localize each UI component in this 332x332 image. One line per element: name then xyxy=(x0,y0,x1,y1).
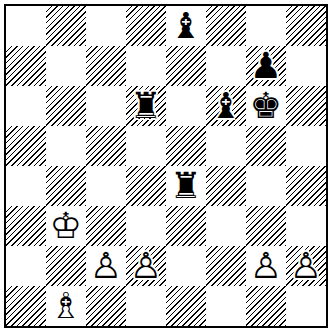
square-b4[interactable] xyxy=(46,166,86,206)
square-d5[interactable] xyxy=(126,126,166,166)
chess-board: ♝♝♟♟♜♜♝♝♚♚♜♜♚♔♟♙♟♙♟♙♟♙♝♗ xyxy=(6,6,326,326)
square-h7[interactable] xyxy=(286,46,326,86)
square-f8[interactable] xyxy=(206,6,246,46)
board-frame: ♝♝♟♟♜♜♝♝♚♚♜♜♚♔♟♙♟♙♟♙♟♙♝♗ xyxy=(0,0,332,332)
square-h1[interactable] xyxy=(286,286,326,326)
square-g4[interactable] xyxy=(246,166,286,206)
white-pawn-icon: ♙ xyxy=(86,246,126,286)
square-e4[interactable]: ♜♜ xyxy=(166,166,206,206)
square-h2[interactable]: ♟♙ xyxy=(286,246,326,286)
square-h8[interactable] xyxy=(286,6,326,46)
square-d6[interactable]: ♜♜ xyxy=(126,86,166,126)
square-g6[interactable]: ♚♚ xyxy=(246,86,286,126)
square-a6[interactable] xyxy=(6,86,46,126)
square-e7[interactable] xyxy=(166,46,206,86)
square-e8[interactable]: ♝♝ xyxy=(166,6,206,46)
piece-white-pawn-h2[interactable]: ♟♙ xyxy=(286,246,326,286)
white-king-icon: ♔ xyxy=(46,206,86,246)
square-c4[interactable] xyxy=(86,166,126,206)
square-a3[interactable] xyxy=(6,206,46,246)
square-h3[interactable] xyxy=(286,206,326,246)
square-e3[interactable] xyxy=(166,206,206,246)
square-a5[interactable] xyxy=(6,126,46,166)
square-g7[interactable]: ♟♟ xyxy=(246,46,286,86)
piece-white-pawn-d2[interactable]: ♟♙ xyxy=(126,246,166,286)
square-d2[interactable]: ♟♙ xyxy=(126,246,166,286)
square-a7[interactable] xyxy=(6,46,46,86)
square-h4[interactable] xyxy=(286,166,326,206)
square-h6[interactable] xyxy=(286,86,326,126)
black-king-icon: ♚ xyxy=(246,86,286,126)
piece-black-king-g6[interactable]: ♚♚ xyxy=(246,86,286,126)
square-g3[interactable] xyxy=(246,206,286,246)
square-a2[interactable] xyxy=(6,246,46,286)
square-b6[interactable] xyxy=(46,86,86,126)
piece-white-pawn-c2[interactable]: ♟♙ xyxy=(86,246,126,286)
square-e6[interactable] xyxy=(166,86,206,126)
white-pawn-icon: ♙ xyxy=(286,246,326,286)
black-pawn-icon: ♟ xyxy=(246,46,286,86)
square-d1[interactable] xyxy=(126,286,166,326)
piece-black-bishop-e8[interactable]: ♝♝ xyxy=(166,6,206,46)
white-pawn-icon: ♙ xyxy=(126,246,166,286)
square-b8[interactable] xyxy=(46,6,86,46)
square-d3[interactable] xyxy=(126,206,166,246)
piece-black-rook-e4[interactable]: ♜♜ xyxy=(166,166,206,206)
square-c5[interactable] xyxy=(86,126,126,166)
white-pawn-icon: ♙ xyxy=(246,246,286,286)
piece-black-rook-d6[interactable]: ♜♜ xyxy=(126,86,166,126)
square-d7[interactable] xyxy=(126,46,166,86)
black-bishop-icon: ♝ xyxy=(166,6,206,46)
square-c2[interactable]: ♟♙ xyxy=(86,246,126,286)
square-b7[interactable] xyxy=(46,46,86,86)
piece-white-bishop-b1[interactable]: ♝♗ xyxy=(46,286,86,326)
white-bishop-icon: ♗ xyxy=(46,286,86,326)
square-c8[interactable] xyxy=(86,6,126,46)
square-f7[interactable] xyxy=(206,46,246,86)
piece-black-bishop-f6[interactable]: ♝♝ xyxy=(206,86,246,126)
square-e2[interactable] xyxy=(166,246,206,286)
square-d4[interactable] xyxy=(126,166,166,206)
black-rook-icon: ♜ xyxy=(126,86,166,126)
square-e5[interactable] xyxy=(166,126,206,166)
square-b3[interactable]: ♚♔ xyxy=(46,206,86,246)
square-g1[interactable] xyxy=(246,286,286,326)
square-f1[interactable] xyxy=(206,286,246,326)
square-g2[interactable]: ♟♙ xyxy=(246,246,286,286)
square-f5[interactable] xyxy=(206,126,246,166)
square-g8[interactable] xyxy=(246,6,286,46)
black-bishop-icon: ♝ xyxy=(206,86,246,126)
piece-white-pawn-g2[interactable]: ♟♙ xyxy=(246,246,286,286)
piece-black-pawn-g7[interactable]: ♟♟ xyxy=(246,46,286,86)
square-d8[interactable] xyxy=(126,6,166,46)
square-b2[interactable] xyxy=(46,246,86,286)
square-f2[interactable] xyxy=(206,246,246,286)
square-c7[interactable] xyxy=(86,46,126,86)
square-h5[interactable] xyxy=(286,126,326,166)
square-a1[interactable] xyxy=(6,286,46,326)
square-c6[interactable] xyxy=(86,86,126,126)
square-a4[interactable] xyxy=(6,166,46,206)
square-b1[interactable]: ♝♗ xyxy=(46,286,86,326)
square-g5[interactable] xyxy=(246,126,286,166)
black-rook-icon: ♜ xyxy=(166,166,206,206)
piece-white-king-b3[interactable]: ♚♔ xyxy=(46,206,86,246)
square-f6[interactable]: ♝♝ xyxy=(206,86,246,126)
board-border: ♝♝♟♟♜♜♝♝♚♚♜♜♚♔♟♙♟♙♟♙♟♙♝♗ xyxy=(4,4,328,328)
square-f4[interactable] xyxy=(206,166,246,206)
square-e1[interactable] xyxy=(166,286,206,326)
square-c1[interactable] xyxy=(86,286,126,326)
square-f3[interactable] xyxy=(206,206,246,246)
square-c3[interactable] xyxy=(86,206,126,246)
square-a8[interactable] xyxy=(6,6,46,46)
square-b5[interactable] xyxy=(46,126,86,166)
